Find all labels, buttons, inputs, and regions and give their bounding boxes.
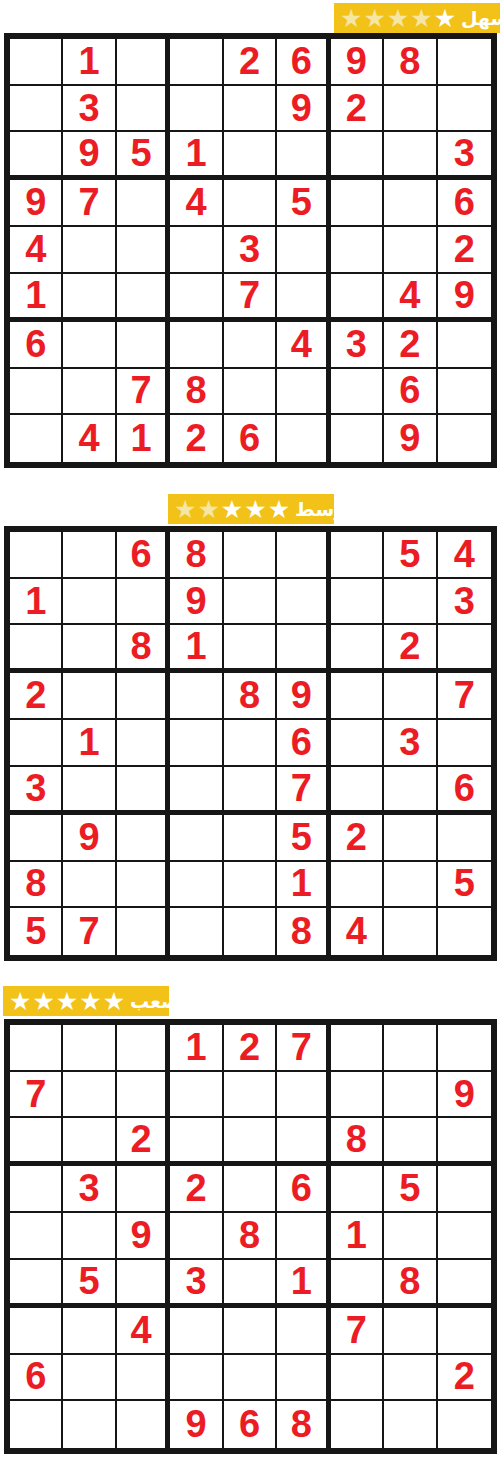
sudoku-cell — [117, 322, 170, 369]
sudoku-cell — [277, 1213, 330, 1260]
sudoku-cell — [277, 274, 330, 322]
sudoku-cell — [224, 908, 277, 955]
sudoku-cell: 2 — [331, 86, 384, 133]
sudoku-cell: 7 — [10, 1072, 63, 1119]
sudoku-cell — [331, 180, 384, 227]
sudoku-cell — [224, 1166, 277, 1213]
sudoku-cell: 6 — [117, 532, 170, 579]
sudoku-cell: 6 — [438, 180, 491, 227]
star-empty-icon: ★ — [174, 497, 196, 522]
sudoku-cell: 8 — [224, 673, 277, 720]
sudoku-cell — [331, 579, 384, 626]
sudoku-cell — [10, 720, 63, 767]
sudoku-cell — [170, 673, 223, 720]
sudoku-cell — [224, 862, 277, 909]
sudoku-cell — [224, 1260, 277, 1308]
sudoku-cell: 2 — [438, 227, 491, 274]
difficulty-banner-medium: ★★★★★ وسط — [168, 494, 334, 524]
sudoku-cell — [117, 86, 170, 133]
sudoku-cell — [384, 862, 437, 909]
sudoku-cell — [384, 579, 437, 626]
sudoku-cell: 9 — [170, 579, 223, 626]
sudoku-cell — [224, 625, 277, 673]
sudoku-cell — [384, 673, 437, 720]
star-filled-icon: ★ — [103, 989, 125, 1014]
sudoku-cell — [170, 1118, 223, 1166]
sudoku-cell: 3 — [63, 86, 116, 133]
star-empty-icon: ★ — [340, 6, 362, 31]
sudoku-cell: 8 — [224, 1213, 277, 1260]
sudoku-cell — [63, 673, 116, 720]
sudoku-cell: 7 — [331, 1308, 384, 1355]
sudoku-cell: 3 — [224, 227, 277, 274]
sudoku-cell: 4 — [277, 322, 330, 369]
sudoku-cell: 3 — [331, 322, 384, 369]
sudoku-cell: 8 — [277, 908, 330, 955]
sudoku-cell — [10, 1025, 63, 1072]
sudoku-board-easy: 126983929513974564321749643278641269 — [4, 33, 497, 468]
sudoku-cell: 5 — [277, 815, 330, 862]
sudoku-cell — [224, 1072, 277, 1119]
sudoku-cell: 7 — [63, 908, 116, 955]
sudoku-cell: 2 — [170, 1166, 223, 1213]
sudoku-cell — [384, 1401, 437, 1448]
sudoku-cell — [331, 1355, 384, 1402]
sudoku-cell — [63, 1355, 116, 1402]
star-empty-icon: ★ — [387, 6, 409, 31]
star-filled-icon: ★ — [32, 989, 54, 1014]
sudoku-cell — [384, 1025, 437, 1072]
sudoku-cell — [438, 1401, 491, 1448]
sudoku-cell: 1 — [170, 132, 223, 180]
sudoku-cell: 3 — [438, 132, 491, 180]
sudoku-cell — [224, 180, 277, 227]
sudoku-cell — [277, 579, 330, 626]
sudoku-cell — [384, 132, 437, 180]
sudoku-cell — [170, 39, 223, 86]
sudoku-cell — [117, 1072, 170, 1119]
sudoku-cell — [277, 1118, 330, 1166]
sudoku-cell — [438, 1308, 491, 1355]
sudoku-cell: 8 — [10, 862, 63, 909]
sudoku-cell: 9 — [331, 39, 384, 86]
sudoku-cell — [10, 415, 63, 462]
sudoku-cell — [117, 862, 170, 909]
sudoku-cell: 9 — [384, 415, 437, 462]
star-filled-icon: ★ — [434, 6, 456, 31]
sudoku-cell — [63, 1213, 116, 1260]
sudoku-cell: 1 — [170, 1025, 223, 1072]
sudoku-cell — [170, 274, 223, 322]
sudoku-cell: 8 — [384, 1260, 437, 1308]
sudoku-cell: 3 — [63, 1166, 116, 1213]
difficulty-rating-easy: ★★★★★ — [340, 6, 456, 31]
sudoku-cell — [224, 579, 277, 626]
sudoku-cell — [224, 720, 277, 767]
sudoku-cell: 5 — [384, 1166, 437, 1213]
difficulty-rating-hard: ★★★★★ — [9, 989, 125, 1014]
sudoku-cell: 3 — [438, 579, 491, 626]
sudoku-cell — [63, 532, 116, 579]
sudoku-cell — [117, 1166, 170, 1213]
sudoku-cell: 2 — [438, 1355, 491, 1402]
sudoku-cell — [170, 227, 223, 274]
sudoku-cell: 6 — [224, 415, 277, 462]
sudoku-cell — [170, 1308, 223, 1355]
sudoku-cell — [384, 1118, 437, 1166]
sudoku-cell — [277, 532, 330, 579]
sudoku-cell: 8 — [331, 1118, 384, 1166]
sudoku-cell: 1 — [63, 720, 116, 767]
sudoku-cell: 9 — [438, 274, 491, 322]
sudoku-cell — [224, 369, 277, 416]
sudoku-cell — [117, 673, 170, 720]
sudoku-cell: 6 — [277, 39, 330, 86]
sudoku-cell: 9 — [117, 1213, 170, 1260]
sudoku-cell — [277, 1355, 330, 1402]
sudoku-cell: 4 — [331, 908, 384, 955]
sudoku-cell: 9 — [63, 815, 116, 862]
sudoku-cell — [331, 132, 384, 180]
sudoku-cell — [10, 1308, 63, 1355]
sudoku-cell — [63, 1118, 116, 1166]
sudoku-board-hard: 1277928326598153184762968 — [4, 1019, 497, 1454]
sudoku-cell: 4 — [384, 274, 437, 322]
sudoku-cell — [331, 415, 384, 462]
sudoku-cell — [10, 625, 63, 673]
sudoku-cell — [438, 322, 491, 369]
sudoku-cell: 4 — [117, 1308, 170, 1355]
sudoku-cell — [331, 625, 384, 673]
sudoku-cell: 5 — [10, 908, 63, 955]
sudoku-cell — [117, 1025, 170, 1072]
sudoku-cell — [331, 1025, 384, 1072]
sudoku-cell — [10, 39, 63, 86]
sudoku-cell — [117, 39, 170, 86]
difficulty-banner-hard: ★★★★★ صعب — [3, 986, 169, 1016]
sudoku-cell — [224, 767, 277, 815]
sudoku-cell: 5 — [63, 1260, 116, 1308]
sudoku-cell — [438, 86, 491, 133]
difficulty-rating-medium: ★★★★★ — [174, 497, 290, 522]
sudoku-cell — [277, 415, 330, 462]
sudoku-cell: 3 — [170, 1260, 223, 1308]
star-empty-icon: ★ — [410, 6, 432, 31]
sudoku-cell: 6 — [10, 1355, 63, 1402]
sudoku-cell — [438, 1213, 491, 1260]
sudoku-cell — [384, 767, 437, 815]
sudoku-board-medium: 685419381228971633769528155784 — [4, 526, 497, 961]
sudoku-cell — [117, 579, 170, 626]
sudoku-cell — [277, 369, 330, 416]
difficulty-label-hard: صعب — [130, 990, 179, 1012]
sudoku-cell — [438, 1260, 491, 1308]
sudoku-cell — [438, 1025, 491, 1072]
sudoku-cell — [438, 625, 491, 673]
sudoku-cell: 3 — [384, 720, 437, 767]
sudoku-cell: 2 — [117, 1118, 170, 1166]
star-filled-icon: ★ — [244, 497, 266, 522]
sudoku-cell — [63, 274, 116, 322]
sudoku-cell — [384, 815, 437, 862]
star-filled-icon: ★ — [56, 989, 78, 1014]
sudoku-cell: 1 — [10, 579, 63, 626]
sudoku-cell: 3 — [10, 767, 63, 815]
star-filled-icon: ★ — [79, 989, 101, 1014]
sudoku-cell: 2 — [384, 625, 437, 673]
sudoku-cell: 8 — [384, 39, 437, 86]
sudoku-cell: 9 — [170, 1401, 223, 1448]
sudoku-cell — [331, 532, 384, 579]
sudoku-cell: 4 — [438, 532, 491, 579]
sudoku-cell — [170, 322, 223, 369]
sudoku-cell — [438, 815, 491, 862]
sudoku-cell — [170, 1355, 223, 1402]
sudoku-cell — [10, 1166, 63, 1213]
sudoku-cell: 8 — [170, 532, 223, 579]
sudoku-cell: 4 — [170, 180, 223, 227]
sudoku-cell — [277, 227, 330, 274]
sudoku-cell — [277, 132, 330, 180]
sudoku-cell — [331, 1401, 384, 1448]
sudoku-cell: 7 — [438, 673, 491, 720]
star-filled-icon: ★ — [221, 497, 243, 522]
sudoku-cell — [384, 1072, 437, 1119]
sudoku-cell — [331, 862, 384, 909]
sudoku-cell — [331, 274, 384, 322]
sudoku-cell — [170, 767, 223, 815]
sudoku-cell: 7 — [224, 274, 277, 322]
sudoku-cell: 2 — [170, 415, 223, 462]
sudoku-cell: 4 — [10, 227, 63, 274]
sudoku-cell — [224, 1308, 277, 1355]
sudoku-cell — [170, 862, 223, 909]
sudoku-cell — [10, 532, 63, 579]
sudoku-cell — [63, 625, 116, 673]
sudoku-cell — [438, 1118, 491, 1166]
sudoku-cell — [170, 815, 223, 862]
sudoku-cell: 2 — [224, 1025, 277, 1072]
sudoku-cell: 4 — [63, 415, 116, 462]
sudoku-cell — [170, 1072, 223, 1119]
sudoku-cell: 5 — [384, 532, 437, 579]
sudoku-cell: 6 — [224, 1401, 277, 1448]
star-filled-icon: ★ — [268, 497, 290, 522]
sudoku-cell — [117, 274, 170, 322]
sudoku-cell: 2 — [224, 39, 277, 86]
star-filled-icon: ★ — [9, 989, 31, 1014]
difficulty-label-easy: سهل — [461, 7, 500, 29]
sudoku-cell — [331, 1260, 384, 1308]
sudoku-cell — [170, 720, 223, 767]
sudoku-cell — [331, 1072, 384, 1119]
sudoku-cell — [117, 908, 170, 955]
sudoku-cell — [10, 1118, 63, 1166]
star-empty-icon: ★ — [363, 6, 385, 31]
sudoku-cell: 1 — [117, 415, 170, 462]
sudoku-cell — [117, 227, 170, 274]
sudoku-cell: 5 — [438, 862, 491, 909]
sudoku-cell — [63, 1025, 116, 1072]
sudoku-cell — [170, 86, 223, 133]
sudoku-cell — [10, 86, 63, 133]
sudoku-cell: 9 — [277, 86, 330, 133]
sudoku-cell: 1 — [277, 1260, 330, 1308]
sudoku-cell: 7 — [277, 767, 330, 815]
star-empty-icon: ★ — [197, 497, 219, 522]
sudoku-cell — [117, 1260, 170, 1308]
sudoku-cell: 6 — [277, 720, 330, 767]
sudoku-cell — [117, 720, 170, 767]
sudoku-cell — [10, 1213, 63, 1260]
sudoku-cell — [170, 908, 223, 955]
sudoku-cell — [117, 815, 170, 862]
sudoku-cell — [384, 227, 437, 274]
sudoku-cell — [277, 1308, 330, 1355]
sudoku-cell — [10, 1401, 63, 1448]
sudoku-cell — [63, 227, 116, 274]
sudoku-cell: 8 — [277, 1401, 330, 1448]
sudoku-cell: 7 — [63, 180, 116, 227]
sudoku-cell — [63, 1308, 116, 1355]
sudoku-cell: 1 — [331, 1213, 384, 1260]
sudoku-cell: 2 — [10, 673, 63, 720]
sudoku-cell — [63, 579, 116, 626]
sudoku-cell — [10, 369, 63, 416]
sudoku-cell — [117, 180, 170, 227]
sudoku-cell — [331, 369, 384, 416]
sudoku-cell: 9 — [277, 673, 330, 720]
sudoku-cell — [63, 767, 116, 815]
sudoku-cell — [384, 1213, 437, 1260]
sudoku-cell — [170, 1213, 223, 1260]
sudoku-cell — [384, 908, 437, 955]
sudoku-cell — [117, 1401, 170, 1448]
sudoku-cell: 5 — [277, 180, 330, 227]
difficulty-banner-easy: ★★★★★ سهل — [334, 3, 500, 33]
sudoku-cell — [63, 1401, 116, 1448]
sudoku-cell — [63, 369, 116, 416]
sudoku-cell — [384, 86, 437, 133]
sudoku-cell — [63, 322, 116, 369]
sudoku-cell — [277, 625, 330, 673]
sudoku-cell — [384, 180, 437, 227]
sudoku-cell — [384, 1308, 437, 1355]
sudoku-cell: 9 — [438, 1072, 491, 1119]
sudoku-cell — [63, 862, 116, 909]
sudoku-cell — [224, 532, 277, 579]
sudoku-cell: 8 — [117, 625, 170, 673]
sudoku-cell — [331, 673, 384, 720]
sudoku-cell — [224, 322, 277, 369]
sudoku-cell — [10, 1260, 63, 1308]
sudoku-cell: 8 — [170, 369, 223, 416]
sudoku-cell: 5 — [117, 132, 170, 180]
sudoku-cell: 6 — [384, 369, 437, 416]
sudoku-cell: 1 — [63, 39, 116, 86]
sudoku-cell: 1 — [170, 625, 223, 673]
sudoku-cell — [438, 39, 491, 86]
sudoku-cell — [10, 132, 63, 180]
sudoku-cell — [117, 1355, 170, 1402]
sudoku-cell — [384, 1355, 437, 1402]
sudoku-cell — [224, 1355, 277, 1402]
sudoku-cell: 6 — [277, 1166, 330, 1213]
sudoku-cell: 9 — [10, 180, 63, 227]
sudoku-cell — [277, 1072, 330, 1119]
sudoku-cell — [331, 227, 384, 274]
sudoku-cell: 1 — [10, 274, 63, 322]
sudoku-cell — [331, 767, 384, 815]
sudoku-cell — [10, 815, 63, 862]
sudoku-cell: 2 — [384, 322, 437, 369]
sudoku-cell — [438, 908, 491, 955]
sudoku-cell: 7 — [277, 1025, 330, 1072]
sudoku-cell — [224, 132, 277, 180]
sudoku-cell — [331, 1166, 384, 1213]
sudoku-cell — [438, 415, 491, 462]
sudoku-cell: 7 — [117, 369, 170, 416]
sudoku-cell — [224, 1118, 277, 1166]
sudoku-cell: 2 — [331, 815, 384, 862]
sudoku-cell: 9 — [63, 132, 116, 180]
sudoku-cell: 1 — [277, 862, 330, 909]
sudoku-cell — [331, 720, 384, 767]
sudoku-cell — [224, 815, 277, 862]
sudoku-cell: 6 — [10, 322, 63, 369]
sudoku-cell — [117, 767, 170, 815]
sudoku-cell — [63, 1072, 116, 1119]
sudoku-cell — [438, 1166, 491, 1213]
sudoku-cell — [438, 720, 491, 767]
sudoku-cell — [224, 86, 277, 133]
sudoku-cell — [438, 369, 491, 416]
difficulty-label-medium: وسط — [295, 498, 346, 520]
sudoku-cell: 6 — [438, 767, 491, 815]
